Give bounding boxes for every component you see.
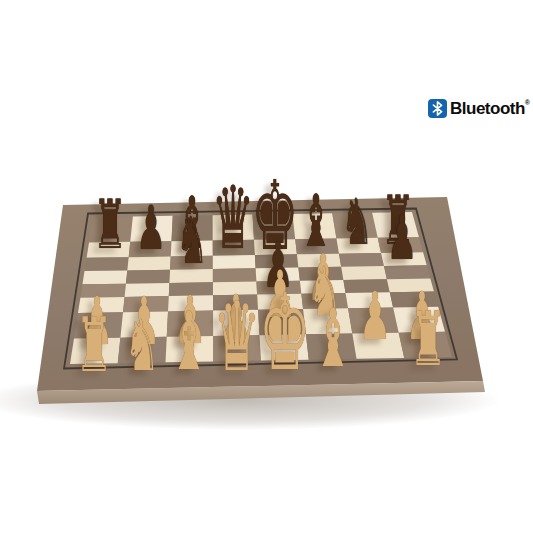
square-f2 [303, 308, 352, 334]
square-g7 [336, 238, 381, 254]
square-b4 [125, 283, 170, 297]
square-b6 [127, 256, 170, 270]
square-d5 [213, 268, 257, 282]
square-a3 [78, 297, 125, 313]
square-b7 [129, 241, 172, 257]
square-e6 [255, 254, 299, 268]
square-h1 [399, 332, 452, 358]
square-f3 [301, 293, 348, 309]
square-e1 [260, 334, 309, 360]
square-f4 [300, 280, 346, 294]
registered-mark: ® [525, 99, 530, 107]
square-g8 [332, 213, 377, 239]
square-f1 [306, 333, 357, 359]
square-b2 [120, 311, 168, 337]
square-b1 [118, 337, 167, 363]
bluetooth-label: Bluetooth [450, 99, 525, 118]
square-d6 [213, 255, 256, 269]
square-b3 [123, 296, 169, 312]
square-e3 [257, 294, 303, 310]
square-g6 [339, 253, 384, 267]
square-f7 [295, 239, 339, 255]
square-e2 [258, 309, 306, 335]
square-a2 [74, 312, 123, 338]
square-g2 [348, 307, 399, 333]
square-a8 [89, 216, 133, 242]
square-g5 [341, 266, 387, 280]
square-g1 [352, 333, 404, 359]
square-a7 [87, 242, 131, 258]
square-c1 [166, 336, 214, 362]
square-h7 [378, 237, 423, 253]
square-c3 [168, 295, 213, 311]
square-f5 [298, 267, 343, 281]
square-a5 [82, 270, 127, 284]
chess-board: ♜♟♝♛♚♝♞♜♞♟♟♟♟♞♟♟♟♟♟♟♜♞♝♛♚♝♜ [0, 0, 533, 533]
square-d4 [213, 281, 257, 295]
square-a1 [70, 338, 120, 364]
bluetooth-icon [428, 99, 447, 118]
product-photo: ♜♟♝♛♚♝♞♜♞♟♟♟♟♞♟♟♟♟♟♟♜♞♝♛♚♝♜ Bluetooth ® [0, 0, 533, 533]
square-h4 [387, 278, 434, 292]
square-d1 [213, 335, 261, 361]
square-h2 [393, 307, 445, 333]
square-g3 [346, 292, 394, 308]
square-c6 [170, 256, 213, 270]
square-e5 [256, 268, 300, 282]
bluetooth-logo: Bluetooth ® [428, 99, 530, 118]
square-d7 [213, 240, 255, 256]
square-c4 [169, 282, 213, 296]
square-d2 [213, 310, 259, 336]
square-e7 [254, 239, 297, 255]
square-h5 [384, 265, 430, 279]
square-d8 [213, 215, 254, 241]
square-b5 [126, 270, 170, 284]
square-d3 [213, 295, 258, 311]
square-e8 [253, 214, 296, 240]
square-f6 [297, 254, 341, 268]
square-g4 [343, 279, 389, 293]
square-a4 [80, 284, 126, 298]
squares-grid [70, 212, 452, 364]
square-f8 [292, 213, 336, 239]
square-h3 [390, 292, 438, 308]
square-a6 [85, 257, 129, 271]
square-c8 [171, 215, 212, 241]
board-graphic [0, 0, 533, 533]
square-c2 [167, 311, 213, 337]
square-c5 [169, 269, 212, 283]
square-h6 [381, 252, 427, 266]
square-h8 [372, 212, 419, 238]
square-c7 [171, 241, 213, 257]
square-e4 [256, 281, 301, 295]
square-b8 [130, 216, 173, 242]
